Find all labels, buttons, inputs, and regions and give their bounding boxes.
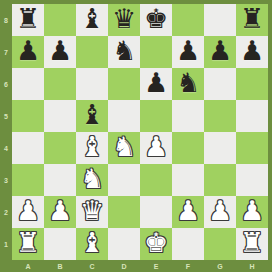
piece-black-pawn[interactable]: ♟ <box>208 35 232 67</box>
square-h4[interactable] <box>236 132 268 164</box>
file-label-c: C <box>76 260 108 272</box>
piece-white-pawn[interactable]: ♟ <box>144 131 168 163</box>
square-d1[interactable] <box>108 228 140 260</box>
file-label-g: G <box>204 260 236 272</box>
square-g2[interactable]: ♟ <box>204 196 236 228</box>
square-b8[interactable] <box>44 4 76 36</box>
square-c2[interactable]: ♛ <box>76 196 108 228</box>
piece-black-bishop[interactable]: ♝ <box>80 99 104 131</box>
square-h6[interactable] <box>236 68 268 100</box>
square-f7[interactable]: ♟ <box>172 36 204 68</box>
square-h8[interactable]: ♜ <box>236 4 268 36</box>
square-c7[interactable] <box>76 36 108 68</box>
piece-white-bishop[interactable]: ♝ <box>80 131 104 163</box>
rank-label-4: 4 <box>0 132 12 164</box>
square-e4[interactable]: ♟ <box>140 132 172 164</box>
piece-black-rook[interactable]: ♜ <box>16 3 40 35</box>
piece-white-pawn[interactable]: ♟ <box>208 195 232 227</box>
square-g1[interactable] <box>204 228 236 260</box>
piece-white-rook[interactable]: ♜ <box>240 227 264 259</box>
file-label-b: B <box>44 260 76 272</box>
piece-white-pawn[interactable]: ♟ <box>176 195 200 227</box>
square-d2[interactable] <box>108 196 140 228</box>
square-g6[interactable] <box>204 68 236 100</box>
square-d6[interactable] <box>108 68 140 100</box>
square-d4[interactable]: ♞ <box>108 132 140 164</box>
piece-white-knight[interactable]: ♞ <box>80 163 104 195</box>
file-label-e: E <box>140 260 172 272</box>
square-c3[interactable]: ♞ <box>76 164 108 196</box>
square-a1[interactable]: ♜ <box>12 228 44 260</box>
square-h5[interactable] <box>236 100 268 132</box>
piece-black-knight[interactable]: ♞ <box>176 67 200 99</box>
square-a2[interactable]: ♟ <box>12 196 44 228</box>
square-a5[interactable] <box>12 100 44 132</box>
square-e6[interactable]: ♟ <box>140 68 172 100</box>
piece-black-bishop[interactable]: ♝ <box>80 3 104 35</box>
square-e7[interactable] <box>140 36 172 68</box>
piece-white-pawn[interactable]: ♟ <box>16 195 40 227</box>
square-e1[interactable]: ♚ <box>140 228 172 260</box>
square-e5[interactable] <box>140 100 172 132</box>
piece-black-pawn[interactable]: ♟ <box>240 35 264 67</box>
piece-white-rook[interactable]: ♜ <box>16 227 40 259</box>
square-g5[interactable] <box>204 100 236 132</box>
piece-black-rook[interactable]: ♜ <box>240 3 264 35</box>
piece-white-pawn[interactable]: ♟ <box>240 195 264 227</box>
piece-black-king[interactable]: ♚ <box>144 3 168 35</box>
square-a3[interactable] <box>12 164 44 196</box>
square-d8[interactable]: ♛ <box>108 4 140 36</box>
chess-board: ♜♝♛♚♜♟♟♞♟♟♟♟♞♝♝♞♟♞♟♟♛♟♟♟♜♝♚♜ <box>12 4 268 260</box>
square-g3[interactable] <box>204 164 236 196</box>
square-c6[interactable] <box>76 68 108 100</box>
square-c8[interactable]: ♝ <box>76 4 108 36</box>
piece-white-queen[interactable]: ♛ <box>80 195 104 227</box>
square-d3[interactable] <box>108 164 140 196</box>
square-b6[interactable] <box>44 68 76 100</box>
square-g8[interactable] <box>204 4 236 36</box>
file-label-h: H <box>236 260 268 272</box>
file-label-a: A <box>12 260 44 272</box>
piece-white-knight[interactable]: ♞ <box>112 131 136 163</box>
file-label-d: D <box>108 260 140 272</box>
square-b2[interactable]: ♟ <box>44 196 76 228</box>
piece-black-pawn[interactable]: ♟ <box>144 67 168 99</box>
square-f8[interactable] <box>172 4 204 36</box>
square-h7[interactable]: ♟ <box>236 36 268 68</box>
square-c1[interactable]: ♝ <box>76 228 108 260</box>
square-c4[interactable]: ♝ <box>76 132 108 164</box>
square-b1[interactable] <box>44 228 76 260</box>
square-a7[interactable]: ♟ <box>12 36 44 68</box>
rank-label-5: 5 <box>0 100 12 132</box>
square-g7[interactable]: ♟ <box>204 36 236 68</box>
square-h3[interactable] <box>236 164 268 196</box>
square-d7[interactable]: ♞ <box>108 36 140 68</box>
square-c5[interactable]: ♝ <box>76 100 108 132</box>
piece-black-knight[interactable]: ♞ <box>112 35 136 67</box>
square-b4[interactable] <box>44 132 76 164</box>
square-e2[interactable] <box>140 196 172 228</box>
square-d5[interactable] <box>108 100 140 132</box>
square-h2[interactable]: ♟ <box>236 196 268 228</box>
rank-label-2: 2 <box>0 196 12 228</box>
square-f5[interactable] <box>172 100 204 132</box>
piece-black-pawn[interactable]: ♟ <box>176 35 200 67</box>
square-b3[interactable] <box>44 164 76 196</box>
square-f3[interactable] <box>172 164 204 196</box>
piece-black-pawn[interactable]: ♟ <box>16 35 40 67</box>
piece-black-queen[interactable]: ♛ <box>112 3 136 35</box>
square-f6[interactable]: ♞ <box>172 68 204 100</box>
square-a6[interactable] <box>12 68 44 100</box>
square-g4[interactable] <box>204 132 236 164</box>
square-b7[interactable]: ♟ <box>44 36 76 68</box>
rank-label-7: 7 <box>0 36 12 68</box>
piece-white-pawn[interactable]: ♟ <box>48 195 72 227</box>
rank-label-6: 6 <box>0 68 12 100</box>
square-b5[interactable] <box>44 100 76 132</box>
rank-label-3: 3 <box>0 164 12 196</box>
square-a8[interactable]: ♜ <box>12 4 44 36</box>
square-e3[interactable] <box>140 164 172 196</box>
square-e8[interactable]: ♚ <box>140 4 172 36</box>
square-h1[interactable]: ♜ <box>236 228 268 260</box>
piece-white-king[interactable]: ♚ <box>144 227 168 259</box>
piece-black-pawn[interactable]: ♟ <box>48 35 72 67</box>
square-a4[interactable] <box>12 132 44 164</box>
file-label-f: F <box>172 260 204 272</box>
rank-label-1: 1 <box>0 228 12 260</box>
chess-board-frame: ♜♝♛♚♜♟♟♞♟♟♟♟♞♝♝♞♟♞♟♟♛♟♟♟♜♝♚♜ 87654321 AB… <box>0 0 272 272</box>
square-f1[interactable] <box>172 228 204 260</box>
piece-white-bishop[interactable]: ♝ <box>80 227 104 259</box>
square-f2[interactable]: ♟ <box>172 196 204 228</box>
rank-label-8: 8 <box>0 4 12 36</box>
square-f4[interactable] <box>172 132 204 164</box>
